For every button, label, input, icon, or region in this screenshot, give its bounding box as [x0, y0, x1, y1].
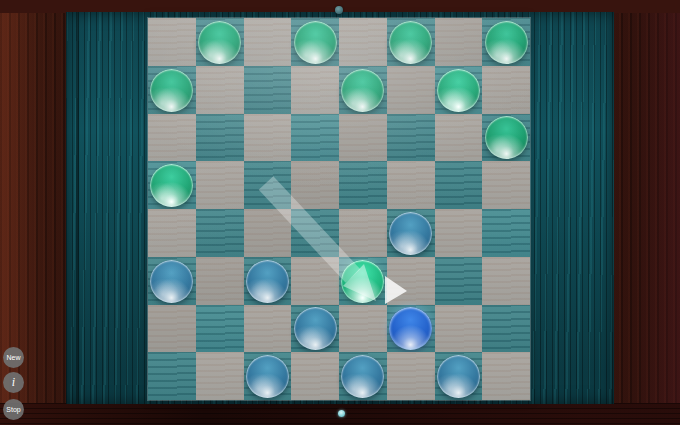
square-r0-c3[interactable] — [291, 18, 339, 66]
green-piece[interactable] — [485, 21, 528, 64]
square-r6-c3[interactable] — [291, 305, 339, 353]
square-r4-c2[interactable] — [244, 209, 292, 257]
square-r2-c6[interactable] — [435, 114, 483, 162]
green-piece[interactable] — [150, 69, 193, 112]
square-r3-c0[interactable] — [148, 161, 196, 209]
square-r5-c1[interactable] — [196, 257, 244, 305]
blue-piece-royal[interactable] — [389, 307, 432, 350]
square-r5-c0[interactable] — [148, 257, 196, 305]
square-r0-c5[interactable] — [387, 18, 435, 66]
green-piece[interactable] — [341, 69, 384, 112]
green-piece[interactable] — [437, 69, 480, 112]
square-r2-c7[interactable] — [482, 114, 530, 162]
square-r3-c2[interactable] — [244, 161, 292, 209]
blue-piece[interactable] — [294, 307, 337, 350]
blue-piece[interactable] — [389, 212, 432, 255]
game-window: New i Stop — [0, 0, 680, 425]
square-r6-c4[interactable] — [339, 305, 387, 353]
square-r1-c4[interactable] — [339, 66, 387, 114]
square-r3-c5[interactable] — [387, 161, 435, 209]
square-r1-c1[interactable] — [196, 66, 244, 114]
square-r7-c5[interactable] — [387, 352, 435, 400]
square-r2-c5[interactable] — [387, 114, 435, 162]
square-r3-c3[interactable] — [291, 161, 339, 209]
green-piece[interactable] — [198, 21, 241, 64]
square-r7-c2[interactable] — [244, 352, 292, 400]
green-piece[interactable] — [389, 21, 432, 64]
square-r5-c3[interactable] — [291, 257, 339, 305]
square-r2-c4[interactable] — [339, 114, 387, 162]
square-r1-c0[interactable] — [148, 66, 196, 114]
square-r7-c6[interactable] — [435, 352, 483, 400]
square-r6-c7[interactable] — [482, 305, 530, 353]
square-r3-c7[interactable] — [482, 161, 530, 209]
square-r7-c4[interactable] — [339, 352, 387, 400]
square-r5-c5[interactable] — [387, 257, 435, 305]
square-r0-c2[interactable] — [244, 18, 292, 66]
square-r1-c5[interactable] — [387, 66, 435, 114]
square-r6-c2[interactable] — [244, 305, 292, 353]
frame-cyan-dot-icon — [338, 410, 345, 417]
green-piece[interactable] — [294, 21, 337, 64]
green-piece[interactable] — [485, 116, 528, 159]
square-r7-c3[interactable] — [291, 352, 339, 400]
square-r1-c2[interactable] — [244, 66, 292, 114]
square-r7-c1[interactable] — [196, 352, 244, 400]
square-r5-c4[interactable] — [339, 257, 387, 305]
square-r7-c0[interactable] — [148, 352, 196, 400]
square-r0-c0[interactable] — [148, 18, 196, 66]
square-r0-c4[interactable] — [339, 18, 387, 66]
square-r6-c0[interactable] — [148, 305, 196, 353]
square-r0-c6[interactable] — [435, 18, 483, 66]
square-r3-c6[interactable] — [435, 161, 483, 209]
square-r0-c1[interactable] — [196, 18, 244, 66]
green-piece[interactable] — [150, 164, 193, 207]
blue-piece[interactable] — [246, 260, 289, 303]
checkers-board — [148, 18, 530, 400]
square-r3-c4[interactable] — [339, 161, 387, 209]
info-button[interactable]: i — [3, 372, 24, 393]
blue-piece[interactable] — [341, 355, 384, 398]
square-r4-c7[interactable] — [482, 209, 530, 257]
square-r7-c7[interactable] — [482, 352, 530, 400]
square-r5-c2[interactable] — [244, 257, 292, 305]
square-r5-c7[interactable] — [482, 257, 530, 305]
square-r2-c0[interactable] — [148, 114, 196, 162]
blue-piece[interactable] — [437, 355, 480, 398]
square-r2-c2[interactable] — [244, 114, 292, 162]
square-r5-c6[interactable] — [435, 257, 483, 305]
blue-piece[interactable] — [246, 355, 289, 398]
square-r4-c6[interactable] — [435, 209, 483, 257]
square-r6-c1[interactable] — [196, 305, 244, 353]
square-r6-c5[interactable] — [387, 305, 435, 353]
square-r2-c3[interactable] — [291, 114, 339, 162]
square-r6-c6[interactable] — [435, 305, 483, 353]
stop-button[interactable]: Stop — [3, 399, 24, 420]
square-r4-c3[interactable] — [291, 209, 339, 257]
square-r1-c3[interactable] — [291, 66, 339, 114]
blue-piece[interactable] — [150, 260, 193, 303]
square-r1-c7[interactable] — [482, 66, 530, 114]
square-r2-c1[interactable] — [196, 114, 244, 162]
square-r4-c0[interactable] — [148, 209, 196, 257]
square-r4-c5[interactable] — [387, 209, 435, 257]
frame-screw-icon — [335, 6, 343, 14]
square-r3-c1[interactable] — [196, 161, 244, 209]
square-r0-c7[interactable] — [482, 18, 530, 66]
new-game-button[interactable]: New — [3, 347, 24, 368]
square-r4-c4[interactable] — [339, 209, 387, 257]
square-r4-c1[interactable] — [196, 209, 244, 257]
green-piece-just-moved[interactable] — [341, 260, 384, 303]
square-r1-c6[interactable] — [435, 66, 483, 114]
